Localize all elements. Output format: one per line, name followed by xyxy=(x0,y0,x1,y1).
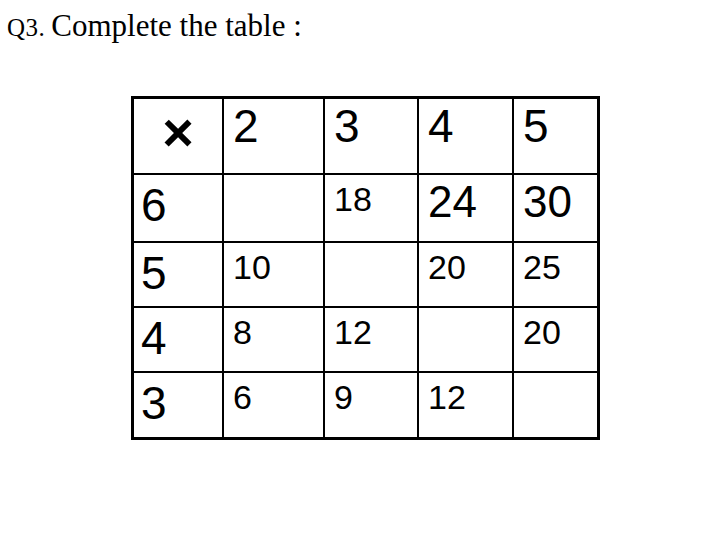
cell-5x5: 25 xyxy=(514,243,597,306)
col-header-5: 5 xyxy=(514,99,597,173)
cell-3x3: 9 xyxy=(325,373,417,437)
cell-4x5: 20 xyxy=(514,308,597,371)
cell-3x4: 12 xyxy=(419,373,512,437)
row-header-3: 3 xyxy=(134,373,222,437)
cell-5x3-empty[interactable] xyxy=(325,243,417,306)
cell-5x2: 10 xyxy=(224,243,323,306)
cell-6x3: 18 xyxy=(325,175,417,241)
operator-cell-multiply-sign: × xyxy=(134,99,222,173)
row-header-4: 4 xyxy=(134,308,222,371)
cell-3x5-empty[interactable] xyxy=(514,373,597,437)
cell-6x4: 24 xyxy=(419,175,512,241)
col-header-2: 2 xyxy=(224,99,323,173)
row-header-5: 5 xyxy=(134,243,222,306)
question-number: Q3. xyxy=(7,14,45,41)
multiplication-table: × 2 3 4 5 6 18 24 30 5 10 20 25 4 8 12 2… xyxy=(131,96,600,440)
cell-6x2-empty[interactable] xyxy=(224,175,323,241)
cell-6x5: 30 xyxy=(514,175,597,241)
row-header-6: 6 xyxy=(134,175,222,241)
question-text: Complete the table : xyxy=(51,8,302,43)
worksheet-page: Q3.Complete the table : × 2 3 4 5 6 18 2… xyxy=(0,0,720,540)
cell-3x2: 6 xyxy=(224,373,323,437)
cell-4x3: 12 xyxy=(325,308,417,371)
cell-5x4: 20 xyxy=(419,243,512,306)
col-header-3: 3 xyxy=(325,99,417,173)
col-header-4: 4 xyxy=(419,99,512,173)
cell-4x4-empty[interactable] xyxy=(419,308,512,371)
question-title: Q3.Complete the table : xyxy=(7,8,302,44)
cell-4x2: 8 xyxy=(224,308,323,371)
